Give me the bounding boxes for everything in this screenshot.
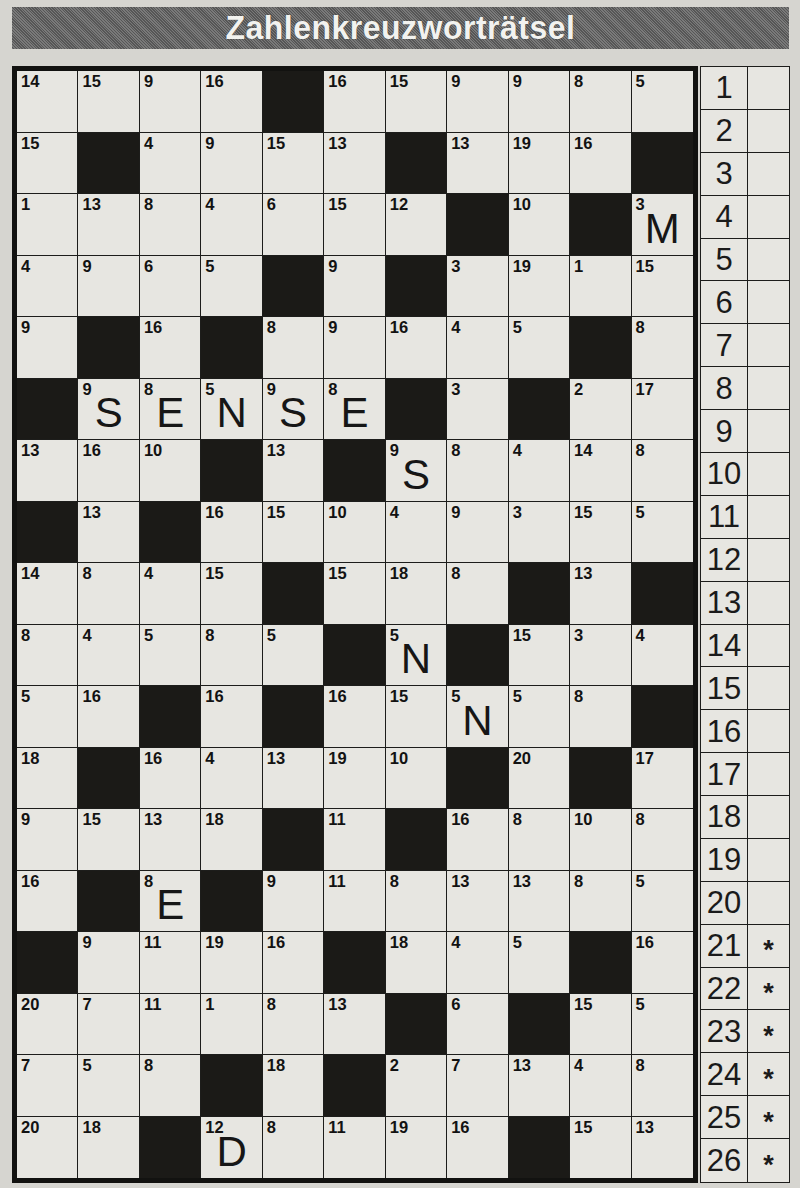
grid-cell[interactable]: 16 [140,317,201,379]
grid-cell[interactable]: 5 [201,256,262,318]
grid-cell[interactable]: 9 [324,317,385,379]
grid-cell[interactable]: 15 [570,1117,631,1179]
cell-code-number: 9 [21,319,30,336]
legend-number-cell: 7 [701,324,748,367]
grid-cell[interactable]: 15 [78,809,139,871]
grid-cell[interactable]: 18 [386,563,447,625]
cell-code-number: 13 [144,811,162,828]
legend-number: 22 [707,973,741,1004]
grid-cell[interactable]: 16 [324,71,385,133]
grid-cell[interactable]: 9 [78,256,139,318]
black-cell [263,71,324,133]
legend-letter-box[interactable]: * [748,925,789,968]
legend-letter-box[interactable] [748,67,789,110]
grid-cell[interactable]: 5 [632,71,693,133]
legend-number-cell: 8 [701,367,748,410]
black-cell [263,256,324,318]
grid-cell[interactable]: 4 [570,1055,631,1117]
grid-cell[interactable]: 4 [632,625,693,687]
grid-cell[interactable]: 5 [509,686,570,748]
cell-code-number: 16 [205,688,223,705]
grid-cell[interactable]: 1 [17,194,78,256]
black-cell [263,686,324,748]
black-cell [78,317,139,379]
grid-cell[interactable]: 18 [201,809,262,871]
cell-code-number: 5 [513,319,522,336]
cell-code-number: 9 [328,319,337,336]
grid-cell[interactable]: 13 [632,1117,693,1179]
grid-cell[interactable]: 9S [263,379,324,441]
cell-code-number: 16 [328,688,346,705]
grid-cell[interactable]: 19 [509,256,570,318]
grid-cell[interactable]: 8 [78,563,139,625]
cell-code-number: 7 [21,1057,30,1074]
grid-cell[interactable]: 16 [201,502,262,564]
black-cell [201,440,262,502]
legend-letter-box[interactable] [748,453,789,496]
legend-letter-box[interactable] [748,239,789,282]
grid-cell[interactable]: 16 [324,686,385,748]
grid-cell[interactable]: 18 [78,1117,139,1179]
grid-cell[interactable]: 19 [201,932,262,994]
grid-cell[interactable]: 8 [447,440,508,502]
grid-cell[interactable]: 15 [78,71,139,133]
cell-code-number: 16 [451,1119,469,1136]
grid-cell[interactable]: 15 [386,71,447,133]
grid-cell[interactable]: 10 [570,809,631,871]
grid-cell[interactable]: 4 [447,932,508,994]
star-mark: * [763,1152,774,1179]
grid-cell[interactable]: 8 [632,317,693,379]
grid-cell[interactable]: 13 [509,1055,570,1117]
legend-number: 23 [707,1016,741,1047]
grid-cell[interactable]: 16 [570,133,631,195]
cell-code-number: 19 [513,135,531,152]
legend-number-cell: 4 [701,196,748,239]
cell-solution-letter: N [447,686,507,747]
grid-cell[interactable]: 7 [17,1055,78,1117]
legend-letter-box[interactable] [748,410,789,453]
grid-cell[interactable]: 8 [140,1055,201,1117]
star-mark: * [763,1109,774,1136]
cell-code-number: 5 [21,688,30,705]
legend-letter-box[interactable] [748,582,789,625]
cell-code-number: 6 [144,258,153,275]
cell-code-number: 7 [451,1057,460,1074]
cell-code-number: 9 [267,873,276,890]
grid-cell[interactable]: 15 [263,502,324,564]
grid-cell[interactable]: 11 [324,809,385,871]
grid-cell[interactable]: 15 [263,133,324,195]
legend-letter-box[interactable] [748,153,789,196]
grid-cell[interactable]: 2 [570,379,631,441]
cell-solution-letter: E [324,379,384,440]
cell-code-number: 1 [21,196,30,213]
legend-number-cell: 20 [701,882,748,925]
grid-cell[interactable]: 8 [263,317,324,379]
legend-number: 3 [715,158,732,189]
grid-cell[interactable]: 16 [140,748,201,810]
grid-cell[interactable]: 4 [140,563,201,625]
star-mark: * [763,1066,774,1093]
grid-cell[interactable]: 8 [570,71,631,133]
legend-letter-box[interactable] [748,324,789,367]
grid-cell[interactable]: 5 [78,1055,139,1117]
black-cell [447,748,508,810]
cell-code-number: 17 [636,750,654,767]
legend-number: 13 [707,587,741,618]
black-cell [570,932,631,994]
puzzle-page: Zahlenkreuzworträtsel 141591616159985154… [0,0,800,1188]
legend-letter-box[interactable]: * [748,1139,789,1182]
grid-cell[interactable]: 19 [324,748,385,810]
grid-cell[interactable]: 15 [509,625,570,687]
cell-code-number: 5 [636,996,645,1013]
cell-code-number: 2 [390,1057,399,1074]
legend-letter-box[interactable] [748,796,789,839]
grid-cell[interactable]: 17 [632,748,693,810]
grid-cell[interactable]: 16 [447,809,508,871]
legend-letter-box[interactable] [748,110,789,153]
grid-cell[interactable]: 8E [140,379,201,441]
black-cell [324,932,385,994]
grid-cell[interactable]: 4 [17,256,78,318]
grid-cell[interactable]: 5 [17,686,78,748]
cell-code-number: 8 [267,1119,276,1136]
grid-cell[interactable]: 8 [263,1117,324,1179]
grid-cell[interactable]: 19 [509,133,570,195]
legend-letter-box[interactable] [748,882,789,925]
cell-code-number: 13 [82,504,100,521]
grid-cell[interactable]: 8 [263,994,324,1056]
grid-cell[interactable]: 8 [201,625,262,687]
grid-cell[interactable]: 9S [386,440,447,502]
cell-code-number: 13 [513,1057,531,1074]
cell-code-number: 4 [205,750,214,767]
cell-code-number: 20 [21,996,39,1013]
page-title: Zahlenkreuzworträtsel [226,9,576,47]
grid-cell[interactable]: 14 [570,440,631,502]
black-cell [632,133,693,195]
legend-number: 8 [715,373,732,404]
black-cell [632,563,693,625]
legend-number: 6 [715,287,732,318]
grid-cell[interactable]: 14 [17,563,78,625]
grid-cell[interactable]: 14 [17,71,78,133]
grid-cell[interactable]: 13 [324,994,385,1056]
cell-code-number: 15 [574,1119,592,1136]
grid-cell[interactable]: 20 [17,994,78,1056]
grid-cell[interactable]: 16 [447,1117,508,1179]
legend-number-cell: 9 [701,410,748,453]
grid-cell[interactable]: 5N [386,625,447,687]
grid-cell[interactable]: 13 [447,133,508,195]
legend-letter-box[interactable]: * [748,1010,789,1053]
grid-cell[interactable]: 13 [263,440,324,502]
grid-cell[interactable]: 5N [447,686,508,748]
black-cell [78,133,139,195]
grid-cell[interactable]: 9 [17,317,78,379]
grid-cell[interactable]: 5 [632,502,693,564]
grid-cell[interactable]: 4 [447,317,508,379]
cell-code-number: 15 [636,258,654,275]
cell-code-number: 9 [205,135,214,152]
legend-number: 26 [707,1145,741,1176]
cell-code-number: 8 [513,811,522,828]
black-cell [17,502,78,564]
grid-cell[interactable]: 3 [509,502,570,564]
grid-cell[interactable]: 16 [78,686,139,748]
legend-letter-box[interactable] [748,367,789,410]
grid-cell[interactable]: 16 [263,932,324,994]
cell-solution-letter: E [140,379,200,440]
black-cell [324,625,385,687]
grid-cell[interactable]: 9 [78,932,139,994]
grid-cell[interactable]: 15 [324,563,385,625]
cell-solution-letter: N [201,379,261,440]
grid-cell[interactable]: 8 [509,809,570,871]
black-cell [78,871,139,933]
grid-cell[interactable]: 16 [201,71,262,133]
cell-code-number: 18 [82,1119,100,1136]
cell-code-number: 8 [636,811,645,828]
grid-cell[interactable]: 4 [201,748,262,810]
grid-cell[interactable]: 15 [386,686,447,748]
grid-cell[interactable]: 13 [324,133,385,195]
grid-cell[interactable]: 8 [570,871,631,933]
grid-cell[interactable]: 9 [447,502,508,564]
grid-cell[interactable]: 16 [632,932,693,994]
grid-cell[interactable]: 13 [509,871,570,933]
grid-cell[interactable]: 5 [509,932,570,994]
grid-cell[interactable]: 7 [447,1055,508,1117]
grid-cell[interactable]: 20 [509,748,570,810]
grid-cell[interactable]: 5 [632,994,693,1056]
cell-code-number: 15 [328,565,346,582]
legend-number: 14 [707,630,741,661]
grid-cell[interactable]: 8 [632,809,693,871]
grid-cell[interactable]: 6 [263,194,324,256]
cell-code-number: 18 [390,565,408,582]
cell-code-number: 10 [144,442,162,459]
grid-cell[interactable]: 3 [447,256,508,318]
grid-cell[interactable]: 9 [17,809,78,871]
grid-cell[interactable]: 9 [509,71,570,133]
grid-cell[interactable]: 10 [509,194,570,256]
cell-code-number: 3 [451,258,460,275]
legend-letter-box[interactable] [748,496,789,539]
black-cell [509,379,570,441]
grid-cell[interactable]: 4 [140,133,201,195]
grid-cell[interactable]: 8E [324,379,385,441]
cell-code-number: 5 [513,934,522,951]
grid-cell[interactable]: 6 [447,994,508,1056]
grid-cell[interactable]: 13 [78,502,139,564]
grid-cell[interactable]: 6 [140,256,201,318]
legend-number: 16 [707,716,741,747]
grid-cell[interactable]: 5N [201,379,262,441]
black-cell [632,686,693,748]
cell-code-number: 10 [513,196,531,213]
black-cell [201,871,262,933]
grid-cell[interactable]: 1 [570,256,631,318]
legend-number: 24 [707,1059,741,1090]
grid-cell[interactable]: 15 [324,194,385,256]
legend-letter-box[interactable] [748,753,789,796]
black-cell [201,317,262,379]
grid-cell[interactable]: 9 [201,133,262,195]
grid-cell[interactable]: 16 [78,440,139,502]
grid-cell[interactable]: 3 [570,625,631,687]
black-cell [386,994,447,1056]
grid-cell[interactable]: 15 [570,502,631,564]
grid-cell[interactable]: 7 [78,994,139,1056]
cell-code-number: 16 [21,873,39,890]
cell-code-number: 16 [82,442,100,459]
cell-code-number: 16 [451,811,469,828]
title-band: Zahlenkreuzworträtsel [12,7,789,49]
cell-code-number: 15 [574,996,592,1013]
black-cell [386,379,447,441]
grid-cell[interactable]: 20 [17,1117,78,1179]
cell-code-number: 19 [513,258,531,275]
cell-code-number: 10 [574,811,592,828]
legend-letter-box[interactable] [748,196,789,239]
grid-cell[interactable]: 13 [140,809,201,871]
grid-cell[interactable]: 4 [386,502,447,564]
legend-letter-box[interactable]: * [748,1096,789,1139]
legend-number-cell: 6 [701,281,748,324]
legend-number: 17 [707,759,741,790]
legend-number: 25 [707,1102,741,1133]
cell-code-number: 15 [21,135,39,152]
grid-cell[interactable]: 8E [140,871,201,933]
grid-cell[interactable]: 8 [632,1055,693,1117]
grid-cell[interactable]: 8 [570,686,631,748]
grid-cell[interactable]: 10 [324,502,385,564]
grid-cell[interactable]: 4 [509,440,570,502]
black-cell [447,194,508,256]
cell-solution-letter: N [386,625,446,686]
grid-cell[interactable]: 9 [324,256,385,318]
grid-cell[interactable]: 8 [386,871,447,933]
cell-code-number: 13 [451,135,469,152]
cell-code-number: 8 [82,565,91,582]
cell-code-number: 14 [21,73,39,90]
grid-cell[interactable]: 13 [570,563,631,625]
cell-code-number: 18 [390,934,408,951]
grid-cell[interactable]: 18 [386,932,447,994]
grid-cell[interactable]: 17 [632,379,693,441]
grid-cell[interactable]: 19 [386,1117,447,1179]
legend-number-cell: 25 [701,1096,748,1139]
grid-cell[interactable]: 13 [78,194,139,256]
legend-letter-box[interactable] [748,710,789,753]
grid-cell[interactable]: 15 [17,133,78,195]
grid-cell[interactable]: 3M [632,194,693,256]
black-cell [324,440,385,502]
legend-number: 10 [707,458,741,489]
grid-cell[interactable]: 5 [632,871,693,933]
cell-code-number: 15 [267,135,285,152]
legend-number-cell: 21 [701,925,748,968]
cell-code-number: 16 [205,504,223,521]
grid-cell[interactable]: 4 [201,194,262,256]
grid-cell[interactable]: 11 [140,994,201,1056]
grid-cell[interactable]: 11 [324,1117,385,1179]
legend-letter-box[interactable] [748,667,789,710]
legend-letter-box[interactable]: * [748,968,789,1011]
grid-cell[interactable]: 18 [263,1055,324,1117]
grid-cell[interactable]: 2 [386,1055,447,1117]
grid-cell[interactable]: 8 [447,563,508,625]
cell-code-number: 8 [144,196,153,213]
grid-cell[interactable]: 16 [386,317,447,379]
legend-letter-box[interactable] [748,839,789,882]
cell-code-number: 4 [636,627,645,644]
cell-code-number: 16 [267,934,285,951]
star-mark: * [763,1023,774,1050]
grid-cell[interactable]: 13 [447,871,508,933]
grid-cell[interactable]: 5 [509,317,570,379]
cell-code-number: 13 [82,196,100,213]
grid-cell[interactable]: 12 [386,194,447,256]
black-cell [509,563,570,625]
grid-cell[interactable]: 9 [140,71,201,133]
grid-cell[interactable]: 12D [201,1117,262,1179]
grid-cell[interactable]: 8 [632,440,693,502]
grid-cell[interactable]: 1 [201,994,262,1056]
black-cell [201,1055,262,1117]
grid-cell[interactable]: 11 [324,871,385,933]
grid-cell[interactable]: 10 [386,748,447,810]
grid-cell[interactable]: 5 [140,625,201,687]
grid-cell[interactable]: 8 [17,625,78,687]
black-cell [17,932,78,994]
grid-cell[interactable]: 13 [17,440,78,502]
legend-letter-box[interactable] [748,625,789,668]
legend-number: 1 [715,72,732,103]
grid-cell[interactable]: 15 [632,256,693,318]
legend-number-cell: 19 [701,839,748,882]
legend-letter-box[interactable]: * [748,1053,789,1096]
grid-cell[interactable]: 5 [263,625,324,687]
cell-code-number: 20 [513,750,531,767]
cell-code-number: 16 [144,319,162,336]
grid-cell[interactable]: 4 [78,625,139,687]
grid-cell[interactable]: 15 [570,994,631,1056]
grid-cell[interactable]: 9 [447,71,508,133]
legend-letter-box[interactable] [748,539,789,582]
cell-code-number: 5 [144,627,153,644]
grid-cell[interactable]: 15 [201,563,262,625]
grid-cell[interactable]: 10 [140,440,201,502]
grid-cell[interactable]: 16 [201,686,262,748]
grid-cell[interactable]: 9 [263,871,324,933]
cell-code-number: 18 [205,811,223,828]
cell-code-number: 10 [328,504,346,521]
grid-cell[interactable]: 9S [78,379,139,441]
grid-cell[interactable]: 13 [263,748,324,810]
grid-cell[interactable]: 8 [140,194,201,256]
grid-cell[interactable]: 11 [140,932,201,994]
black-cell [570,317,631,379]
cell-code-number: 3 [513,504,522,521]
grid-cell[interactable]: 16 [17,871,78,933]
legend-letter-box[interactable] [748,281,789,324]
grid-cell[interactable]: 18 [17,748,78,810]
grid-cell[interactable]: 3 [447,379,508,441]
